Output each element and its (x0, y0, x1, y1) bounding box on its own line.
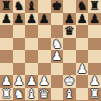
white-pawn-icon: ♟ (77, 63, 88, 75)
square-a7[interactable]: ♟ (0, 13, 13, 26)
square-h6[interactable] (88, 25, 101, 38)
square-c6[interactable] (25, 25, 38, 38)
square-f6[interactable]: ♛ (63, 25, 76, 38)
square-e4[interactable]: ♟ (51, 50, 64, 63)
square-h7[interactable]: ♟ (88, 13, 101, 26)
square-g7[interactable]: ♟ (76, 13, 89, 26)
white-pawn-icon: ♟ (1, 75, 12, 87)
square-d2[interactable]: ♟ (38, 75, 51, 88)
square-f8[interactable] (63, 0, 76, 13)
black-pawn-icon: ♟ (14, 13, 25, 25)
square-a6[interactable] (0, 25, 13, 38)
square-e7[interactable] (51, 13, 64, 26)
square-e6[interactable] (51, 25, 64, 38)
square-c2[interactable]: ♟ (25, 75, 38, 88)
square-f5[interactable] (63, 38, 76, 51)
square-h5[interactable] (88, 38, 101, 51)
square-c7[interactable]: ♟ (25, 13, 38, 26)
square-h1[interactable]: ♜ (88, 88, 101, 101)
chess-board: ♜♞♝♚♞♜♟♟♟♟♟♟♟♛♞♟♟♟♟♟♟♚♟♜♞♝♛♝♜ (0, 0, 101, 100)
black-pawn-icon: ♟ (89, 13, 100, 25)
square-c4[interactable] (25, 50, 38, 63)
square-f1[interactable]: ♝ (63, 88, 76, 101)
white-pawn-icon: ♟ (39, 75, 50, 87)
black-knight-icon: ♞ (14, 0, 25, 12)
black-rook-icon: ♜ (1, 0, 12, 12)
square-f2[interactable]: ♚ (63, 75, 76, 88)
square-f3[interactable] (63, 63, 76, 76)
white-rook-icon: ♜ (89, 88, 100, 100)
square-c1[interactable]: ♝ (25, 88, 38, 101)
square-d4[interactable] (38, 50, 51, 63)
square-b5[interactable] (13, 38, 26, 51)
white-bishop-icon: ♝ (26, 88, 37, 100)
square-h4[interactable] (88, 50, 101, 63)
square-b8[interactable]: ♞ (13, 0, 26, 13)
black-pawn-icon: ♟ (77, 13, 88, 25)
square-e3[interactable] (51, 63, 64, 76)
white-bishop-icon: ♝ (64, 88, 75, 100)
square-h3[interactable] (88, 63, 101, 76)
black-queen-icon: ♛ (64, 25, 75, 37)
square-g2[interactable] (76, 75, 89, 88)
square-a8[interactable]: ♜ (0, 0, 13, 13)
black-knight-icon: ♞ (77, 0, 88, 12)
square-d5[interactable] (38, 38, 51, 51)
white-pawn-icon: ♟ (89, 75, 100, 87)
white-knight-icon: ♞ (14, 88, 25, 100)
square-d7[interactable]: ♟ (38, 13, 51, 26)
black-rook-icon: ♜ (89, 0, 100, 12)
square-b2[interactable]: ♟ (13, 75, 26, 88)
square-a3[interactable] (0, 63, 13, 76)
square-a1[interactable]: ♜ (0, 88, 13, 101)
square-g1[interactable] (76, 88, 89, 101)
black-pawn-icon: ♟ (26, 13, 37, 25)
black-bishop-icon: ♝ (26, 0, 37, 12)
white-pawn-icon: ♟ (26, 75, 37, 87)
square-e1[interactable] (51, 88, 64, 101)
square-a2[interactable]: ♟ (0, 75, 13, 88)
square-d8[interactable] (38, 0, 51, 13)
square-g5[interactable] (76, 38, 89, 51)
square-a5[interactable] (0, 38, 13, 51)
square-g8[interactable]: ♞ (76, 0, 89, 13)
black-pawn-icon: ♟ (1, 13, 12, 25)
square-c8[interactable]: ♝ (25, 0, 38, 13)
square-d1[interactable]: ♛ (38, 88, 51, 101)
white-king-icon: ♚ (64, 75, 75, 87)
square-h2[interactable]: ♟ (88, 75, 101, 88)
square-h8[interactable]: ♜ (88, 0, 101, 13)
square-b7[interactable]: ♟ (13, 13, 26, 26)
square-e2[interactable] (51, 75, 64, 88)
white-pawn-icon: ♟ (14, 75, 25, 87)
white-rook-icon: ♜ (1, 88, 12, 100)
square-e8[interactable]: ♚ (51, 0, 64, 13)
black-pawn-icon: ♟ (64, 13, 75, 25)
black-pawn-icon: ♟ (39, 13, 50, 25)
white-knight-icon: ♞ (51, 38, 62, 50)
square-d3[interactable] (38, 63, 51, 76)
square-e5[interactable]: ♞ (51, 38, 64, 51)
square-c3[interactable] (25, 63, 38, 76)
square-b3[interactable] (13, 63, 26, 76)
square-b4[interactable] (13, 50, 26, 63)
square-b1[interactable]: ♞ (13, 88, 26, 101)
square-b6[interactable] (13, 25, 26, 38)
white-queen-icon: ♛ (39, 88, 50, 100)
square-f4[interactable] (63, 50, 76, 63)
square-a4[interactable] (0, 50, 13, 63)
black-king-icon: ♚ (51, 0, 62, 12)
square-c5[interactable] (25, 38, 38, 51)
square-g3[interactable]: ♟ (76, 63, 89, 76)
white-pawn-icon: ♟ (51, 50, 62, 62)
square-f7[interactable]: ♟ (63, 13, 76, 26)
square-g6[interactable] (76, 25, 89, 38)
square-g4[interactable] (76, 50, 89, 63)
square-d6[interactable] (38, 25, 51, 38)
